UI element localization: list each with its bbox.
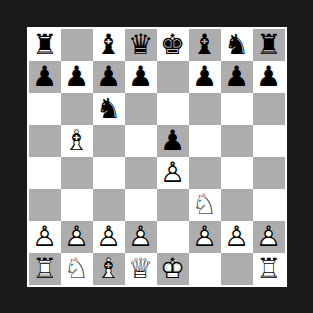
square-d2[interactable]: ♟♙: [125, 221, 157, 253]
white-rook-outline: ♖: [29, 253, 61, 285]
square-f4[interactable]: [189, 157, 221, 189]
square-b1[interactable]: ♞♘: [61, 253, 93, 285]
square-g2[interactable]: ♟♙: [221, 221, 253, 253]
square-f8[interactable]: ♝: [189, 29, 221, 61]
square-c4[interactable]: [93, 157, 125, 189]
square-c6[interactable]: ♞: [93, 93, 125, 125]
square-e5[interactable]: ♟: [157, 125, 189, 157]
black-bishop-piece[interactable]: ♝: [189, 29, 221, 61]
square-h5[interactable]: [253, 125, 285, 157]
square-d8[interactable]: ♛: [125, 29, 157, 61]
square-a6[interactable]: [29, 93, 61, 125]
square-c7[interactable]: ♟: [93, 61, 125, 93]
white-rook-piece[interactable]: ♜♖: [29, 253, 61, 285]
white-knight-outline: ♘: [189, 189, 221, 221]
white-pawn-piece[interactable]: ♟♙: [189, 221, 221, 253]
black-rook-piece[interactable]: ♜: [253, 29, 285, 61]
white-pawn-outline: ♙: [61, 221, 93, 253]
square-f1[interactable]: [189, 253, 221, 285]
black-queen-piece[interactable]: ♛: [125, 29, 157, 61]
black-bishop-piece[interactable]: ♝: [93, 29, 125, 61]
white-pawn-outline: ♙: [253, 221, 285, 253]
white-knight-piece[interactable]: ♞♘: [61, 253, 93, 285]
square-f7[interactable]: ♟: [189, 61, 221, 93]
square-e2[interactable]: [157, 221, 189, 253]
square-g1[interactable]: [221, 253, 253, 285]
white-rook-piece[interactable]: ♜♖: [253, 253, 285, 285]
white-king-piece[interactable]: ♚♔: [157, 253, 189, 285]
black-pawn-piece[interactable]: ♟: [61, 61, 93, 93]
square-b2[interactable]: ♟♙: [61, 221, 93, 253]
chess-board-frame: ♜♝♛♚♝♞♜♟♟♟♟♟♟♟♞♝♗♟♟♙♞♘♟♙♟♙♟♙♟♙♟♙♟♙♟♙♜♖♞♘…: [27, 27, 287, 287]
square-h2[interactable]: ♟♙: [253, 221, 285, 253]
square-c8[interactable]: ♝: [93, 29, 125, 61]
white-pawn-outline: ♙: [221, 221, 253, 253]
square-h6[interactable]: [253, 93, 285, 125]
square-h8[interactable]: ♜: [253, 29, 285, 61]
white-pawn-piece[interactable]: ♟♙: [29, 221, 61, 253]
square-d5[interactable]: [125, 125, 157, 157]
square-g7[interactable]: ♟: [221, 61, 253, 93]
white-pawn-piece[interactable]: ♟♙: [157, 157, 189, 189]
black-knight-piece[interactable]: ♞: [93, 93, 125, 125]
square-h3[interactable]: [253, 189, 285, 221]
square-a1[interactable]: ♜♖: [29, 253, 61, 285]
square-a5[interactable]: [29, 125, 61, 157]
black-pawn-piece[interactable]: ♟: [157, 125, 189, 157]
black-pawn-piece[interactable]: ♟: [253, 61, 285, 93]
white-pawn-piece[interactable]: ♟♙: [221, 221, 253, 253]
black-pawn-piece[interactable]: ♟: [125, 61, 157, 93]
square-e3[interactable]: [157, 189, 189, 221]
square-c2[interactable]: ♟♙: [93, 221, 125, 253]
square-e1[interactable]: ♚♔: [157, 253, 189, 285]
black-pawn-piece[interactable]: ♟: [29, 61, 61, 93]
white-pawn-outline: ♙: [93, 221, 125, 253]
square-a8[interactable]: ♜: [29, 29, 61, 61]
white-knight-piece[interactable]: ♞♘: [189, 189, 221, 221]
white-knight-outline: ♘: [61, 253, 93, 285]
square-h1[interactable]: ♜♖: [253, 253, 285, 285]
black-rook-piece[interactable]: ♜: [29, 29, 61, 61]
page-background: { "game": "chess", "position": "r1bqkbnr…: [0, 0, 313, 313]
white-bishop-piece[interactable]: ♝♗: [93, 253, 125, 285]
white-pawn-piece[interactable]: ♟♙: [125, 221, 157, 253]
square-e8[interactable]: ♚: [157, 29, 189, 61]
square-b4[interactable]: [61, 157, 93, 189]
white-king-outline: ♔: [157, 253, 189, 285]
white-pawn-outline: ♙: [125, 221, 157, 253]
square-e6[interactable]: [157, 93, 189, 125]
square-c5[interactable]: [93, 125, 125, 157]
square-f3[interactable]: ♞♘: [189, 189, 221, 221]
square-a4[interactable]: [29, 157, 61, 189]
square-e7[interactable]: [157, 61, 189, 93]
chess-board: ♜♝♛♚♝♞♜♟♟♟♟♟♟♟♞♝♗♟♟♙♞♘♟♙♟♙♟♙♟♙♟♙♟♙♟♙♜♖♞♘…: [29, 29, 285, 285]
square-h7[interactable]: ♟: [253, 61, 285, 93]
square-g4[interactable]: [221, 157, 253, 189]
square-b5[interactable]: ♝♗: [61, 125, 93, 157]
white-bishop-outline: ♗: [61, 125, 93, 157]
square-g6[interactable]: [221, 93, 253, 125]
white-pawn-piece[interactable]: ♟♙: [253, 221, 285, 253]
black-pawn-piece[interactable]: ♟: [221, 61, 253, 93]
square-g5[interactable]: [221, 125, 253, 157]
square-f2[interactable]: ♟♙: [189, 221, 221, 253]
white-rook-outline: ♖: [253, 253, 285, 285]
white-queen-piece[interactable]: ♛♕: [125, 253, 157, 285]
square-d4[interactable]: [125, 157, 157, 189]
white-bishop-outline: ♗: [93, 253, 125, 285]
square-b3[interactable]: [61, 189, 93, 221]
white-pawn-outline: ♙: [189, 221, 221, 253]
black-king-piece[interactable]: ♚: [157, 29, 189, 61]
square-c1[interactable]: ♝♗: [93, 253, 125, 285]
square-f6[interactable]: [189, 93, 221, 125]
square-b8[interactable]: [61, 29, 93, 61]
square-g8[interactable]: ♞: [221, 29, 253, 61]
white-pawn-outline: ♙: [157, 157, 189, 189]
white-pawn-piece[interactable]: ♟♙: [93, 221, 125, 253]
white-queen-outline: ♕: [125, 253, 157, 285]
square-c3[interactable]: [93, 189, 125, 221]
black-pawn-piece[interactable]: ♟: [189, 61, 221, 93]
square-e4[interactable]: ♟♙: [157, 157, 189, 189]
square-a2[interactable]: ♟♙: [29, 221, 61, 253]
black-pawn-piece[interactable]: ♟: [93, 61, 125, 93]
white-pawn-outline: ♙: [29, 221, 61, 253]
square-a3[interactable]: [29, 189, 61, 221]
square-a7[interactable]: ♟: [29, 61, 61, 93]
white-bishop-piece[interactable]: ♝♗: [61, 125, 93, 157]
white-pawn-piece[interactable]: ♟♙: [61, 221, 93, 253]
square-h4[interactable]: [253, 157, 285, 189]
black-knight-piece[interactable]: ♞: [221, 29, 253, 61]
square-d6[interactable]: [125, 93, 157, 125]
square-g3[interactable]: [221, 189, 253, 221]
square-b7[interactable]: ♟: [61, 61, 93, 93]
square-f5[interactable]: [189, 125, 221, 157]
square-b6[interactable]: [61, 93, 93, 125]
square-d7[interactable]: ♟: [125, 61, 157, 93]
square-d1[interactable]: ♛♕: [125, 253, 157, 285]
square-d3[interactable]: [125, 189, 157, 221]
